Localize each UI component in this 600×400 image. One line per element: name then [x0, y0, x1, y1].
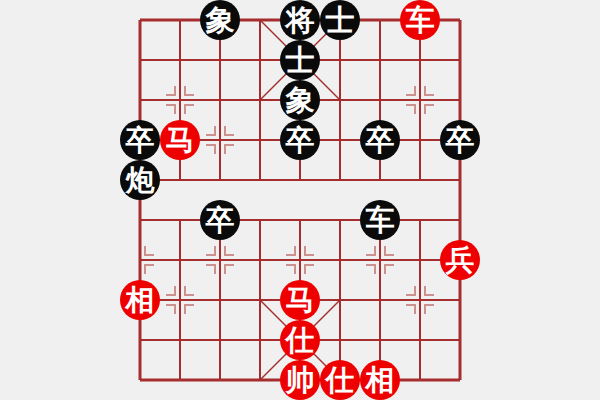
xiangqi-board: 象将士车士象卒马卒卒卒炮卒车兵相马仕帅仕相 [120, 0, 480, 400]
piece-black-chariot[interactable]: 车 [360, 200, 400, 240]
piece-red-horse-1[interactable]: 马 [160, 120, 200, 160]
piece-red-advisor-2[interactable]: 仕 [320, 360, 360, 400]
piece-black-soldier-3[interactable]: 卒 [360, 120, 400, 160]
piece-black-general[interactable]: 将 [280, 0, 320, 40]
piece-red-elephant-1[interactable]: 相 [120, 280, 160, 320]
piece-black-soldier-5[interactable]: 卒 [200, 200, 240, 240]
piece-black-elephant-2[interactable]: 象 [280, 80, 320, 120]
xiangqi-screenshot: 象将士车士象卒马卒卒卒炮卒车兵相马仕帅仕相 [0, 0, 600, 400]
piece-black-advisor-1[interactable]: 士 [320, 0, 360, 40]
piece-red-general[interactable]: 帅 [280, 360, 320, 400]
piece-red-chariot[interactable]: 车 [400, 0, 440, 40]
piece-black-soldier-2[interactable]: 卒 [280, 120, 320, 160]
piece-black-advisor-2[interactable]: 士 [280, 40, 320, 80]
piece-black-soldier-1[interactable]: 卒 [120, 120, 160, 160]
piece-red-soldier[interactable]: 兵 [440, 240, 480, 280]
piece-black-soldier-4[interactable]: 卒 [440, 120, 480, 160]
piece-red-elephant-2[interactable]: 相 [360, 360, 400, 400]
piece-black-cannon[interactable]: 炮 [120, 160, 160, 200]
piece-red-advisor-1[interactable]: 仕 [280, 320, 320, 360]
piece-black-elephant-1[interactable]: 象 [200, 0, 240, 40]
piece-red-horse-2[interactable]: 马 [280, 280, 320, 320]
piece-grid: 象将士车士象卒马卒卒卒炮卒车兵相马仕帅仕相 [120, 0, 480, 400]
